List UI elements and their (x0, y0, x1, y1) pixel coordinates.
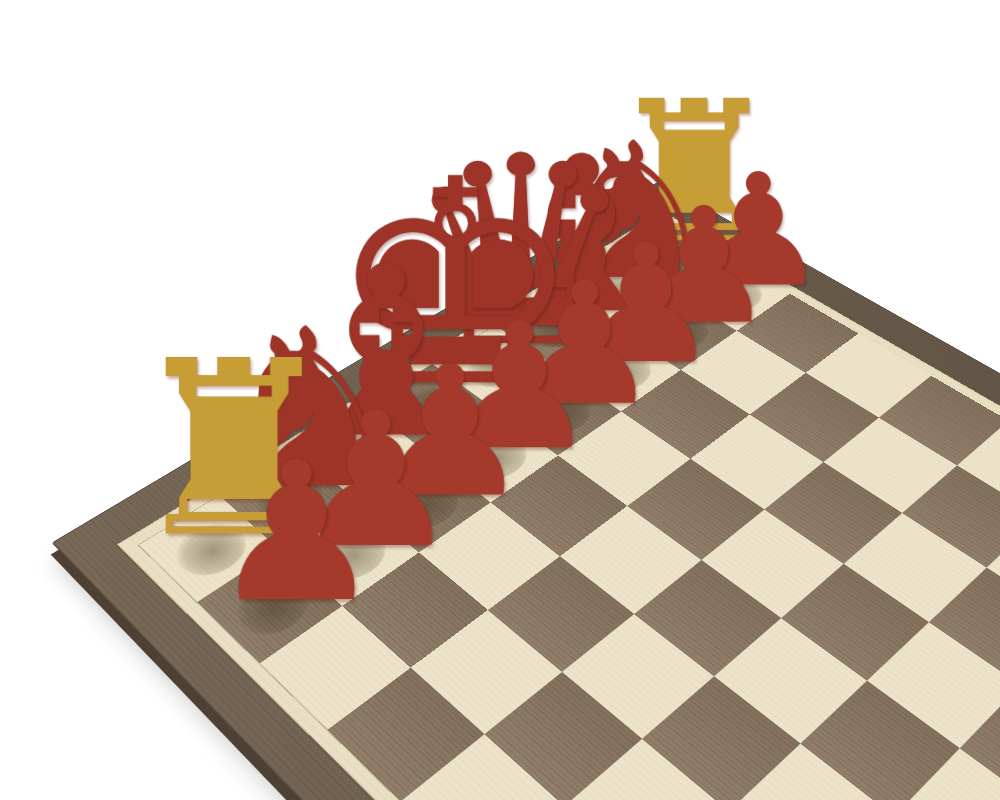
product-photo: ♜♞♝♚♛♝♞♜♟♟♟♟♟♟♟♟ (0, 0, 1000, 800)
walnut-frame: ♜♞♝♚♛♝♞♜♟♟♟♟♟♟♟♟ (52, 181, 1000, 800)
maple-border-line: ♜♞♝♚♛♝♞♜♟♟♟♟♟♟♟♟ (117, 211, 1000, 800)
board-grid: ♜♞♝♚♛♝♞♜♟♟♟♟♟♟♟♟ (139, 222, 1000, 800)
square-e5[interactable] (627, 459, 764, 560)
chess-board: ♜♞♝♚♛♝♞♜♟♟♟♟♟♟♟♟ (52, 181, 1000, 800)
piece-pawn-a7[interactable]: ♟ (210, 436, 383, 629)
scene: ♜♞♝♚♛♝♞♜♟♟♟♟♟♟♟♟ (0, 0, 1000, 800)
square-h5[interactable] (806, 333, 931, 417)
square-a7[interactable]: ♟ (197, 549, 342, 664)
